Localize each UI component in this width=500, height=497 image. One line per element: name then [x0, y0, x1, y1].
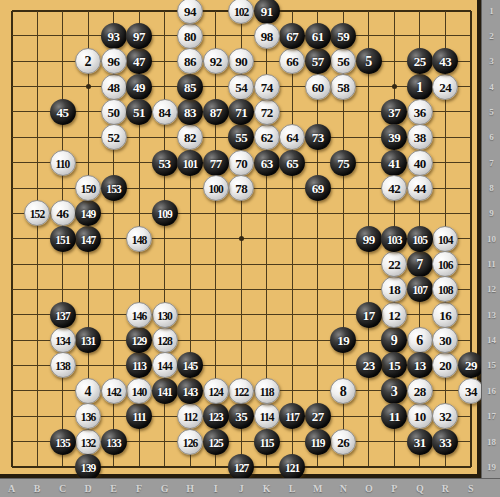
move-number: 128 [157, 329, 172, 353]
stone-white-move-144-G15: 144 [152, 352, 178, 378]
move-number: 30 [439, 329, 451, 353]
stone-black-move-27-M17: 27 [305, 403, 331, 429]
stone-black-move-57-M3: 57 [305, 48, 331, 74]
stone-white-move-106-R11: 106 [432, 251, 458, 277]
move-number: 133 [106, 430, 121, 456]
stone-black-move-49-F4: 49 [126, 74, 152, 100]
stone-black-move-91-K1: 91 [254, 0, 280, 24]
row-label-2: 2 [483, 31, 500, 41]
row-label-1: 1 [483, 6, 500, 16]
move-number: 135 [55, 430, 70, 456]
move-number: 66 [286, 50, 298, 74]
move-number: 57 [312, 49, 324, 75]
stone-white-move-136-D17: 136 [75, 403, 101, 429]
stone-black-move-33-R18: 33 [432, 429, 458, 455]
stone-black-move-51-F5: 51 [126, 99, 152, 125]
grid-line-vertical [292, 11, 293, 467]
move-number: 104 [438, 228, 453, 252]
move-number: 63 [261, 151, 273, 177]
stone-black-move-127-J19: 127 [228, 454, 254, 480]
move-number: 51 [133, 100, 145, 126]
move-number: 93 [108, 24, 120, 50]
star-point [86, 84, 91, 89]
move-number: 32 [439, 405, 451, 429]
move-number: 90 [235, 50, 247, 74]
move-number: 117 [285, 404, 299, 430]
move-number: 77 [210, 151, 222, 177]
stone-white-move-32-R17: 32 [432, 403, 458, 429]
column-label-K: K [258, 483, 276, 494]
stone-white-move-24-R4: 24 [432, 74, 458, 100]
column-label-C: C [54, 483, 72, 494]
stone-black-move-131-D14: 131 [75, 327, 101, 353]
move-number: 58 [337, 76, 349, 100]
move-number: 9 [391, 328, 398, 354]
stone-black-move-7-Q11: 7 [407, 251, 433, 277]
move-number: 36 [414, 101, 426, 125]
move-number: 15 [388, 353, 400, 379]
move-number: 54 [235, 76, 247, 100]
move-number: 147 [81, 227, 96, 253]
row-label-16: 16 [483, 386, 500, 396]
move-number: 100 [208, 177, 223, 201]
move-number: 140 [132, 380, 147, 404]
column-label-N: N [334, 483, 352, 494]
stone-white-move-40-Q7: 40 [407, 150, 433, 176]
move-number: 98 [261, 25, 273, 49]
move-number: 3 [391, 379, 398, 405]
stone-black-move-55-J6: 55 [228, 124, 254, 150]
stone-white-move-36-Q5: 36 [407, 99, 433, 125]
stone-black-move-99-O10: 99 [356, 226, 382, 252]
move-number: 8 [340, 380, 347, 404]
stone-white-move-94-H1: 94 [177, 0, 203, 24]
move-number: 60 [312, 76, 324, 100]
stone-black-move-75-N7: 75 [330, 150, 356, 176]
column-label-I: I [207, 483, 225, 494]
stone-black-move-139-D19: 139 [75, 454, 101, 480]
column-label-A: A [3, 483, 21, 494]
stone-black-move-151-C10: 151 [50, 226, 76, 252]
stone-white-move-50-E5: 50 [101, 99, 127, 125]
move-number: 150 [81, 177, 96, 201]
stone-black-move-135-C18: 135 [50, 429, 76, 455]
move-number: 152 [30, 202, 45, 226]
move-number: 115 [260, 430, 274, 456]
move-number: 26 [337, 431, 349, 455]
stone-white-move-92-I3: 92 [203, 48, 229, 74]
row-label-13: 13 [483, 310, 500, 320]
move-number: 148 [132, 228, 147, 252]
move-number: 5 [365, 49, 372, 75]
move-number: 29 [465, 353, 477, 379]
stone-black-move-5-O3: 5 [356, 48, 382, 74]
stone-black-move-61-M2: 61 [305, 23, 331, 49]
move-number: 55 [235, 125, 247, 151]
stone-black-move-41-P7: 41 [381, 150, 407, 176]
stone-white-move-86-H3: 86 [177, 48, 203, 74]
move-number: 151 [55, 227, 70, 253]
stone-black-move-119-M18: 119 [305, 429, 331, 455]
move-number: 59 [337, 24, 349, 50]
move-number: 125 [208, 430, 223, 456]
stone-white-move-64-L6: 64 [279, 124, 305, 150]
stone-white-move-2-D3: 2 [75, 48, 101, 74]
stone-black-move-111-F17: 111 [126, 403, 152, 429]
stone-black-move-129-F14: 129 [126, 327, 152, 353]
row-label-8: 8 [483, 183, 500, 193]
move-number: 101 [183, 151, 198, 177]
row-label-9: 9 [483, 208, 500, 218]
column-label-P: P [385, 483, 403, 494]
move-number: 112 [183, 405, 197, 429]
stone-white-move-140-F16: 140 [126, 378, 152, 404]
stone-white-move-152-B9: 152 [24, 200, 50, 226]
stone-black-move-11-P17: 11 [381, 403, 407, 429]
move-number: 139 [81, 455, 96, 481]
stone-white-move-84-G5: 84 [152, 99, 178, 125]
stone-white-move-96-E3: 96 [101, 48, 127, 74]
move-number: 143 [183, 379, 198, 405]
stone-white-move-122-J16: 122 [228, 378, 254, 404]
stone-white-move-54-J4: 54 [228, 74, 254, 100]
column-label-R: R [436, 483, 454, 494]
move-number: 103 [387, 227, 402, 253]
stone-black-move-105-Q10: 105 [407, 226, 433, 252]
stone-black-move-73-M6: 73 [305, 124, 331, 150]
stone-black-move-59-N2: 59 [330, 23, 356, 49]
row-label-4: 4 [483, 82, 500, 92]
stone-black-move-115-K18: 115 [254, 429, 280, 455]
move-number: 69 [312, 176, 324, 202]
move-number: 153 [106, 176, 121, 202]
stone-white-move-124-I16: 124 [203, 378, 229, 404]
stone-white-move-38-Q6: 38 [407, 124, 433, 150]
stone-black-move-125-I18: 125 [203, 429, 229, 455]
stone-white-move-118-K16: 118 [254, 378, 280, 404]
move-number: 145 [183, 353, 198, 379]
row-label-12: 12 [483, 284, 500, 294]
stone-white-move-16-R13: 16 [432, 302, 458, 328]
stone-white-move-104-R10: 104 [432, 226, 458, 252]
move-number: 45 [57, 100, 69, 126]
stone-black-move-53-G7: 53 [152, 150, 178, 176]
move-number: 75 [337, 151, 349, 177]
stone-white-move-44-Q8: 44 [407, 175, 433, 201]
stone-white-move-80-H2: 80 [177, 23, 203, 49]
move-number: 123 [208, 404, 223, 430]
move-number: 84 [159, 101, 171, 125]
stone-white-move-34-S16: 34 [458, 378, 484, 404]
move-number: 16 [439, 304, 451, 328]
move-number: 37 [388, 100, 400, 126]
move-number: 114 [260, 405, 274, 429]
row-label-17: 17 [483, 411, 500, 421]
move-number: 122 [234, 380, 249, 404]
stone-black-move-19-N14: 19 [330, 327, 356, 353]
stone-black-move-71-J5: 71 [228, 99, 254, 125]
stone-white-move-142-E16: 142 [101, 378, 127, 404]
stone-black-move-123-I17: 123 [203, 403, 229, 429]
stone-black-move-9-P14: 9 [381, 327, 407, 353]
move-number: 48 [108, 76, 120, 100]
move-number: 130 [157, 304, 172, 328]
stone-black-move-97-F2: 97 [126, 23, 152, 49]
move-number: 67 [286, 24, 298, 50]
stone-black-move-65-L7: 65 [279, 150, 305, 176]
move-number: 56 [337, 50, 349, 74]
move-number: 31 [414, 430, 426, 456]
move-number: 46 [57, 202, 69, 226]
stone-white-move-6-Q14: 6 [407, 327, 433, 353]
row-coordinate-strip: 12345678910111213141516171819 [481, 0, 500, 497]
move-number: 85 [184, 75, 196, 101]
stone-black-move-133-E18: 133 [101, 429, 127, 455]
row-label-19: 19 [483, 462, 500, 472]
move-number: 19 [337, 328, 349, 354]
move-number: 80 [184, 25, 196, 49]
stone-white-move-114-K17: 114 [254, 403, 280, 429]
stone-black-move-37-P5: 37 [381, 99, 407, 125]
stone-white-move-4-D16: 4 [75, 378, 101, 404]
move-number: 44 [414, 177, 426, 201]
move-number: 99 [363, 227, 375, 253]
stone-white-move-48-E4: 48 [101, 74, 127, 100]
move-number: 25 [414, 49, 426, 75]
move-number: 20 [439, 354, 451, 378]
star-point [239, 236, 244, 241]
stone-white-move-102-J1: 102 [228, 0, 254, 24]
stone-black-move-69-M8: 69 [305, 175, 331, 201]
move-number: 34 [465, 380, 477, 404]
move-number: 113 [132, 353, 146, 379]
move-number: 78 [235, 177, 247, 201]
stone-black-move-85-H4: 85 [177, 74, 203, 100]
stone-white-move-138-C15: 138 [50, 352, 76, 378]
move-number: 70 [235, 152, 247, 176]
move-number: 62 [261, 126, 273, 150]
move-number: 72 [261, 101, 273, 125]
row-label-11: 11 [483, 259, 500, 269]
move-number: 23 [363, 353, 375, 379]
stone-black-move-1-Q4: 1 [407, 74, 433, 100]
move-number: 96 [108, 50, 120, 74]
move-number: 49 [133, 75, 145, 101]
move-number: 107 [413, 277, 428, 303]
move-number: 127 [234, 455, 249, 481]
stone-black-move-143-H16: 143 [177, 378, 203, 404]
stone-white-move-42-P8: 42 [381, 175, 407, 201]
move-number: 12 [388, 304, 400, 328]
stone-white-move-46-C9: 46 [50, 200, 76, 226]
stone-black-move-141-G16: 141 [152, 378, 178, 404]
stone-white-move-128-G14: 128 [152, 327, 178, 353]
row-label-14: 14 [483, 335, 500, 345]
move-number: 91 [261, 0, 273, 25]
stone-white-move-70-J7: 70 [228, 150, 254, 176]
stone-white-move-132-D18: 132 [75, 429, 101, 455]
move-number: 73 [312, 125, 324, 151]
stone-white-move-8-N16: 8 [330, 378, 356, 404]
stone-black-move-67-L2: 67 [279, 23, 305, 49]
move-number: 87 [210, 100, 222, 126]
stone-white-move-130-G13: 130 [152, 302, 178, 328]
move-number: 136 [81, 405, 96, 429]
move-number: 109 [157, 201, 172, 227]
stone-white-move-62-K6: 62 [254, 124, 280, 150]
stone-white-move-100-I8: 100 [203, 175, 229, 201]
move-number: 4 [85, 380, 92, 404]
column-label-Q: Q [411, 483, 429, 494]
stone-black-move-121-L19: 121 [279, 454, 305, 480]
move-number: 18 [388, 278, 400, 302]
stone-white-move-148-F10: 148 [126, 226, 152, 252]
move-number: 35 [235, 404, 247, 430]
stone-black-move-63-K7: 63 [254, 150, 280, 176]
column-label-D: D [79, 483, 97, 494]
stone-white-move-72-K5: 72 [254, 99, 280, 125]
stone-white-move-146-F13: 146 [126, 302, 152, 328]
move-number: 126 [183, 431, 198, 455]
stone-black-move-13-Q15: 13 [407, 352, 433, 378]
move-number: 97 [133, 24, 145, 50]
stone-white-move-20-R15: 20 [432, 352, 458, 378]
stone-white-move-134-C14: 134 [50, 327, 76, 353]
move-number: 108 [438, 278, 453, 302]
move-number: 22 [388, 253, 400, 277]
column-label-S: S [462, 483, 480, 494]
stone-white-move-74-K4: 74 [254, 74, 280, 100]
stone-white-move-18-P12: 18 [381, 276, 407, 302]
stone-black-move-45-C5: 45 [50, 99, 76, 125]
column-label-G: G [156, 483, 174, 494]
move-number: 74 [261, 76, 273, 100]
move-number: 64 [286, 126, 298, 150]
move-number: 94 [184, 0, 196, 24]
stone-black-move-93-E2: 93 [101, 23, 127, 49]
move-number: 53 [159, 151, 171, 177]
stone-white-move-12-P13: 12 [381, 302, 407, 328]
row-label-6: 6 [483, 132, 500, 142]
move-number: 24 [439, 76, 451, 100]
column-label-E: E [105, 483, 123, 494]
move-number: 40 [414, 152, 426, 176]
stone-black-move-83-H5: 83 [177, 99, 203, 125]
move-number: 105 [413, 227, 428, 253]
move-number: 83 [184, 100, 196, 126]
move-number: 7 [416, 252, 423, 278]
move-number: 86 [184, 50, 196, 74]
column-coordinate-strip: ABCDEFGHIJKLMNOPQRS [0, 478, 500, 497]
row-label-5: 5 [483, 107, 500, 117]
move-number: 119 [311, 430, 325, 456]
stone-black-move-77-I7: 77 [203, 150, 229, 176]
move-number: 106 [438, 253, 453, 277]
column-label-J: J [232, 483, 250, 494]
stone-white-move-30-R14: 30 [432, 327, 458, 353]
column-label-M: M [309, 483, 327, 494]
move-number: 110 [56, 152, 70, 176]
stone-white-move-58-N4: 58 [330, 74, 356, 100]
stone-white-move-28-Q16: 28 [407, 378, 433, 404]
row-label-7: 7 [483, 158, 500, 168]
stone-white-move-108-R12: 108 [432, 276, 458, 302]
row-label-15: 15 [483, 360, 500, 370]
stone-black-move-47-F3: 47 [126, 48, 152, 74]
stone-black-move-117-L17: 117 [279, 403, 305, 429]
stone-white-move-150-D8: 150 [75, 175, 101, 201]
stone-black-move-35-J17: 35 [228, 403, 254, 429]
stone-white-move-98-K2: 98 [254, 23, 280, 49]
move-number: 28 [414, 380, 426, 404]
move-number: 92 [210, 50, 222, 74]
column-label-B: B [28, 483, 46, 494]
star-point [392, 84, 397, 89]
move-number: 1 [416, 75, 423, 101]
stone-black-move-109-G9: 109 [152, 200, 178, 226]
move-number: 39 [388, 125, 400, 151]
stone-white-move-56-N3: 56 [330, 48, 356, 74]
stone-black-move-43-R3: 43 [432, 48, 458, 74]
move-number: 149 [81, 201, 96, 227]
stone-black-move-101-H7: 101 [177, 150, 203, 176]
stone-black-move-145-H15: 145 [177, 352, 203, 378]
stone-black-move-149-D9: 149 [75, 200, 101, 226]
move-number: 13 [414, 353, 426, 379]
column-label-L: L [283, 483, 301, 494]
stone-black-move-25-Q3: 25 [407, 48, 433, 74]
move-number: 6 [416, 329, 423, 353]
row-label-3: 3 [483, 56, 500, 66]
stone-black-move-113-F15: 113 [126, 352, 152, 378]
stone-black-move-87-I5: 87 [203, 99, 229, 125]
stone-black-move-137-C13: 137 [50, 302, 76, 328]
move-number: 138 [55, 354, 70, 378]
move-number: 102 [234, 0, 249, 24]
move-number: 38 [414, 126, 426, 150]
move-number: 124 [208, 380, 223, 404]
stone-white-move-112-H17: 112 [177, 403, 203, 429]
move-number: 129 [132, 328, 147, 354]
move-number: 132 [81, 431, 96, 455]
stone-black-move-107-Q12: 107 [407, 276, 433, 302]
move-number: 61 [312, 24, 324, 50]
move-number: 144 [157, 354, 172, 378]
move-number: 142 [106, 380, 121, 404]
move-number: 41 [388, 151, 400, 177]
stone-black-move-39-P6: 39 [381, 124, 407, 150]
stone-white-move-10-Q17: 10 [407, 403, 433, 429]
stone-white-move-90-J3: 90 [228, 48, 254, 74]
move-number: 111 [132, 404, 145, 430]
stone-white-move-26-N18: 26 [330, 429, 356, 455]
column-label-O: O [360, 483, 378, 494]
stone-black-move-153-E8: 153 [101, 175, 127, 201]
move-number: 121 [285, 455, 300, 481]
move-number: 134 [55, 329, 70, 353]
move-number: 50 [108, 101, 120, 125]
stone-white-move-66-L3: 66 [279, 48, 305, 74]
move-number: 47 [133, 49, 145, 75]
move-number: 17 [363, 303, 375, 329]
move-number: 42 [388, 177, 400, 201]
stone-black-move-147-D10: 147 [75, 226, 101, 252]
stone-white-move-126-H18: 126 [177, 429, 203, 455]
stone-white-move-78-J8: 78 [228, 175, 254, 201]
stone-white-move-22-P11: 22 [381, 251, 407, 277]
row-label-18: 18 [483, 437, 500, 447]
stone-black-move-23-O15: 23 [356, 352, 382, 378]
